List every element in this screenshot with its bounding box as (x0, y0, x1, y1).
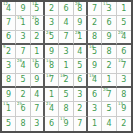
cell-digit: 8 (92, 33, 97, 41)
cage-sum: 26 (75, 2, 80, 6)
cell-r4c9[interactable]: 6 (117, 45, 131, 59)
cell-digit: 3 (6, 62, 11, 70)
cage-sum: 10 (17, 16, 22, 20)
cage-sum: 16 (89, 45, 94, 49)
cell-r5c3[interactable]: 136 (31, 59, 45, 73)
cell-r6c3[interactable]: 9 (31, 74, 45, 88)
cell-digit: 2 (6, 48, 11, 56)
cell-r5c1[interactable]: 3 (2, 59, 16, 73)
cell-r6c5[interactable]: 162 (59, 74, 73, 88)
cell-digit: 8 (63, 105, 68, 113)
cell-digit: 6 (106, 19, 111, 27)
cell-r5c9[interactable]: 107 (117, 59, 131, 73)
cell-digit: 9 (121, 105, 126, 113)
cell-r3c2[interactable]: 3 (16, 31, 30, 45)
cell-r5c7[interactable]: 9 (88, 59, 102, 73)
cell-r3c3[interactable]: 2 (31, 31, 45, 45)
cage-sum: 20 (118, 31, 123, 35)
cell-digit: 7 (77, 120, 82, 128)
cell-digit: 4 (63, 19, 68, 27)
cell-r2c9[interactable]: 5 (117, 16, 131, 30)
cell-r7c1[interactable]: 9 (2, 88, 16, 102)
cell-r9c4[interactable]: 6 (45, 117, 59, 131)
cell-r3c7[interactable]: 8 (88, 31, 102, 45)
cell-digit: 7 (20, 48, 25, 56)
cell-digit: 3 (77, 91, 82, 99)
cell-r8c4[interactable]: 214 (45, 102, 59, 116)
cell-r1c8[interactable]: 113 (102, 2, 116, 16)
cell-r1c6[interactable]: 268 (74, 2, 88, 16)
cage-sum: 12 (3, 2, 8, 6)
cage-sum: 10 (118, 59, 123, 63)
cell-digit: 7 (34, 105, 39, 113)
cell-r4c3[interactable]: 1 (31, 45, 45, 59)
cell-digit: 6 (6, 33, 11, 41)
cell-digit: 9 (106, 33, 111, 41)
cell-r3c6[interactable]: 221 (74, 31, 88, 45)
cell-r4c2[interactable]: 7 (16, 45, 30, 59)
cell-digit: 2 (34, 33, 39, 41)
cell-r7c8[interactable]: 207 (102, 88, 116, 102)
cell-r5c6[interactable]: 5 (74, 59, 88, 73)
cell-r2c5[interactable]: 4 (59, 16, 73, 30)
cell-digit: 1 (106, 76, 111, 84)
cell-r8c2[interactable]: 256 (16, 102, 30, 116)
cell-digit: 9 (49, 48, 54, 56)
cell-r7c9[interactable]: 8 (117, 88, 131, 102)
cell-r8c1[interactable]: 171 (2, 102, 16, 116)
cell-digit: 8 (20, 120, 25, 128)
cell-r9c7[interactable]: 1 (88, 117, 102, 131)
cell-digit: 4 (49, 105, 54, 113)
cell-digit: 6 (49, 120, 54, 128)
cell-digit: 2 (20, 91, 25, 99)
cage-sum: 11 (103, 2, 108, 6)
cell-r4c8[interactable]: 8 (102, 45, 116, 59)
cell-r5c2[interactable]: 264 (16, 59, 30, 73)
cell-digit: 4 (77, 48, 82, 56)
cell-r9c3[interactable]: 3 (31, 117, 45, 131)
cell-r7c5[interactable]: 5 (59, 88, 73, 102)
cell-r2c7[interactable]: 2 (88, 16, 102, 30)
cage-sum: 25 (17, 102, 22, 106)
cell-digit: 5 (63, 91, 68, 99)
cell-r7c4[interactable]: 1 (45, 88, 59, 102)
cell-r1c9[interactable]: 1 (117, 2, 131, 16)
cell-digit: 9 (77, 19, 82, 27)
cell-r9c2[interactable]: 8 (16, 117, 30, 131)
cage-sum: 13 (32, 2, 37, 6)
cell-digit: 4 (20, 62, 25, 70)
cell-digit: 1 (20, 19, 25, 27)
cell-r6c2[interactable]: 5 (16, 74, 30, 88)
cell-r1c7[interactable]: 7 (88, 2, 102, 16)
cell-digit: 1 (34, 48, 39, 56)
cell-digit: 2 (92, 19, 97, 27)
cage-sum: 21 (46, 102, 51, 106)
cell-digit: 6 (63, 5, 68, 13)
cell-r8c8[interactable]: 5 (102, 102, 116, 116)
cell-digit: 6 (121, 48, 126, 56)
cell-digit: 5 (77, 62, 82, 70)
cage-sum: 14 (46, 74, 51, 78)
cell-digit: 2 (49, 5, 54, 13)
cell-digit: 1 (6, 105, 11, 113)
cell-r1c4[interactable]: 2 (45, 2, 59, 16)
cell-digit: 9 (6, 91, 11, 99)
cell-digit: 6 (92, 91, 97, 99)
cage-sum: 9 (3, 45, 6, 49)
cell-digit: 8 (49, 62, 54, 70)
cell-r7c2[interactable]: 2 (16, 88, 30, 102)
cell-r6c9[interactable]: 3 (117, 74, 131, 88)
cell-r2c3[interactable]: 218 (31, 16, 45, 30)
cell-r5c5[interactable]: 1 (59, 59, 73, 73)
cell-r9c9[interactable]: 2 (117, 117, 131, 131)
cell-digit: 5 (106, 105, 111, 113)
cell-digit: 7 (121, 62, 126, 70)
cell-digit: 1 (121, 5, 126, 13)
cell-digit: 3 (34, 120, 39, 128)
cell-digit: 3 (63, 48, 68, 56)
cell-r6c7[interactable]: 154 (88, 74, 102, 88)
cell-r2c8[interactable]: 6 (102, 16, 116, 30)
cell-digit: 7 (92, 5, 97, 13)
cell-digit: 8 (34, 19, 39, 27)
cell-r3c4[interactable]: 245 (45, 31, 59, 45)
cell-digit: 6 (34, 62, 39, 70)
cell-digit: 3 (92, 105, 97, 113)
cell-digit: 2 (106, 62, 111, 70)
cell-digit: 4 (106, 120, 111, 128)
cell-r6c6[interactable]: 6 (74, 74, 88, 88)
cell-r6c8[interactable]: 1 (102, 74, 116, 88)
cell-r6c1[interactable]: 8 (2, 74, 16, 88)
cage-sum: 22 (75, 31, 80, 35)
cell-r5c8[interactable]: 2 (102, 59, 116, 73)
cell-digit: 3 (49, 19, 54, 27)
cell-r8c6[interactable]: 2 (74, 102, 88, 116)
cell-digit: 2 (77, 105, 82, 113)
cell-digit: 8 (121, 91, 126, 99)
killer-sudoku-board: 1249135262687113171012183492656322457221… (0, 0, 133, 133)
cell-r7c7[interactable]: 6 (88, 88, 102, 102)
cell-digit: 2 (121, 120, 126, 128)
cell-r3c5[interactable]: 7 (59, 31, 73, 45)
cage-sum: 16 (60, 74, 65, 78)
cage-sum: 20 (103, 88, 108, 92)
cell-r8c3[interactable]: 7 (31, 102, 45, 116)
cell-digit: 3 (121, 76, 126, 84)
cell-r9c5[interactable]: 179 (59, 117, 73, 131)
cell-digit: 8 (6, 76, 11, 84)
cage-sum: 13 (32, 59, 37, 63)
cell-r1c1[interactable]: 124 (2, 2, 16, 16)
cell-r4c1[interactable]: 92 (2, 45, 16, 59)
cell-digit: 6 (20, 105, 25, 113)
cell-r4c5[interactable]: 3 (59, 45, 73, 59)
cell-r3c1[interactable]: 6 (2, 31, 16, 45)
cell-r4c7[interactable]: 165 (88, 45, 102, 59)
cage-sum: 24 (46, 31, 51, 35)
cell-r5c4[interactable]: 148 (45, 59, 59, 73)
cage-sum: 26 (17, 59, 22, 63)
cage-sum: 13 (118, 102, 123, 106)
cell-digit: 5 (6, 120, 11, 128)
cell-r2c4[interactable]: 3 (45, 16, 59, 30)
cell-digit: 5 (121, 19, 126, 27)
cell-r1c2[interactable]: 9 (16, 2, 30, 16)
cell-digit: 7 (6, 19, 11, 27)
cell-r2c2[interactable]: 101 (16, 16, 30, 30)
cell-digit: 9 (20, 5, 25, 13)
cell-r3c9[interactable]: 204 (117, 31, 131, 45)
cell-r2c6[interactable]: 9 (74, 16, 88, 30)
cell-r4c6[interactable]: 4 (74, 45, 88, 59)
cell-r8c7[interactable]: 3 (88, 102, 102, 116)
cell-digit: 5 (20, 76, 25, 84)
cell-r9c6[interactable]: 7 (74, 117, 88, 131)
cell-r8c5[interactable]: 8 (59, 102, 73, 116)
cell-digit: 1 (92, 120, 97, 128)
cell-digit: 3 (20, 33, 25, 41)
cell-r7c3[interactable]: 4 (31, 88, 45, 102)
cell-r8c9[interactable]: 139 (117, 102, 131, 116)
cell-r4c4[interactable]: 9 (45, 45, 59, 59)
cell-r9c8[interactable]: 4 (102, 117, 116, 131)
cell-r1c3[interactable]: 135 (31, 2, 45, 16)
cage-sum: 17 (3, 102, 8, 106)
cell-r9c1[interactable]: 5 (2, 117, 16, 131)
cell-digit: 9 (92, 62, 97, 70)
cage-sum: 15 (89, 74, 94, 78)
cell-r1c5[interactable]: 6 (59, 2, 73, 16)
cell-digit: 9 (34, 76, 39, 84)
cell-r3c8[interactable]: 9 (102, 31, 116, 45)
cell-digit: 8 (106, 48, 111, 56)
cell-digit: 1 (63, 62, 68, 70)
cell-digit: 1 (49, 91, 54, 99)
cell-digit: 6 (77, 76, 82, 84)
cell-digit: 7 (63, 33, 68, 41)
cage-sum: 14 (46, 59, 51, 63)
cell-digit: 9 (63, 120, 68, 128)
cell-r6c4[interactable]: 147 (45, 74, 59, 88)
cell-digit: 4 (34, 91, 39, 99)
cage-sum: 17 (60, 117, 65, 121)
cell-r2c1[interactable]: 7 (2, 16, 16, 30)
cage-sum: 21 (32, 16, 37, 20)
cell-r7c6[interactable]: 3 (74, 88, 88, 102)
